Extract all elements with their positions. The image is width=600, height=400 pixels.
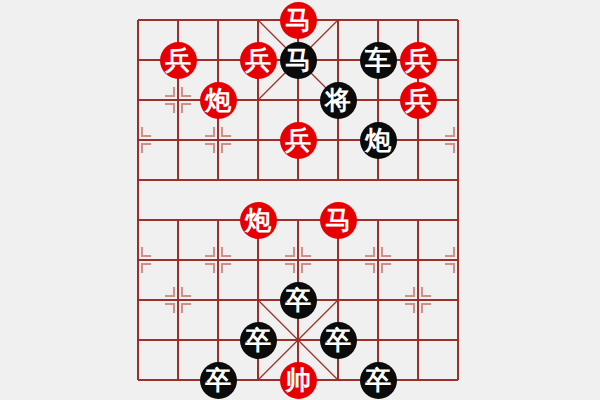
- board-point-c2r2: 兵: [158, 40, 198, 80]
- piece-red-red-soldier[interactable]: 兵: [400, 82, 437, 119]
- board-point-c4r6: 炮: [238, 200, 278, 240]
- pieces-layer: 马兵兵马车兵炮将兵兵炮炮马卒卒卒卒帅卒: [118, 0, 478, 400]
- piece-black-black-soldier[interactable]: 卒: [280, 282, 317, 319]
- board-point-c4r9: 卒: [238, 320, 278, 360]
- piece-red-horse[interactable]: 马: [320, 202, 357, 239]
- board-point-c6r6: 马: [318, 200, 358, 240]
- board-point-c3r10: 卒: [198, 360, 238, 400]
- xiangqi-board: 马兵兵马车兵炮将兵兵炮炮马卒卒卒卒帅卒: [0, 0, 600, 400]
- board-point-c7r10: 卒: [358, 360, 398, 400]
- board-point-c7r4: 炮: [358, 120, 398, 160]
- board-point-c5r8: 卒: [278, 280, 318, 320]
- board-point-c8r3: 兵: [398, 80, 438, 120]
- board-point-c5r2: 马: [278, 40, 318, 80]
- piece-red-red-general[interactable]: 帅: [280, 362, 317, 399]
- piece-red-cannon[interactable]: 炮: [200, 82, 237, 119]
- piece-black-cannon[interactable]: 炮: [360, 122, 397, 159]
- piece-black-black-soldier[interactable]: 卒: [360, 362, 397, 399]
- piece-black-chariot[interactable]: 车: [360, 42, 397, 79]
- board-point-c5r10: 帅: [278, 360, 318, 400]
- piece-red-red-soldier[interactable]: 兵: [240, 42, 277, 79]
- board-point-c3r3: 炮: [198, 80, 238, 120]
- board-point-c7r2: 车: [358, 40, 398, 80]
- board-point-c8r2: 兵: [398, 40, 438, 80]
- piece-red-cannon[interactable]: 炮: [240, 202, 277, 239]
- piece-black-horse[interactable]: 马: [280, 42, 317, 79]
- piece-red-red-soldier[interactable]: 兵: [400, 42, 437, 79]
- piece-red-red-soldier[interactable]: 兵: [280, 122, 317, 159]
- piece-black-black-soldier[interactable]: 卒: [200, 362, 237, 399]
- board-point-c6r3: 将: [318, 80, 358, 120]
- piece-red-horse[interactable]: 马: [280, 2, 317, 39]
- board-point-c5r4: 兵: [278, 120, 318, 160]
- piece-black-black-soldier[interactable]: 卒: [240, 322, 277, 359]
- board-point-c5r1: 马: [278, 0, 318, 40]
- piece-red-red-soldier[interactable]: 兵: [160, 42, 197, 79]
- board-point-c6r9: 卒: [318, 320, 358, 360]
- piece-black-black-general[interactable]: 将: [320, 82, 357, 119]
- piece-black-black-soldier[interactable]: 卒: [320, 322, 357, 359]
- board-point-c4r2: 兵: [238, 40, 278, 80]
